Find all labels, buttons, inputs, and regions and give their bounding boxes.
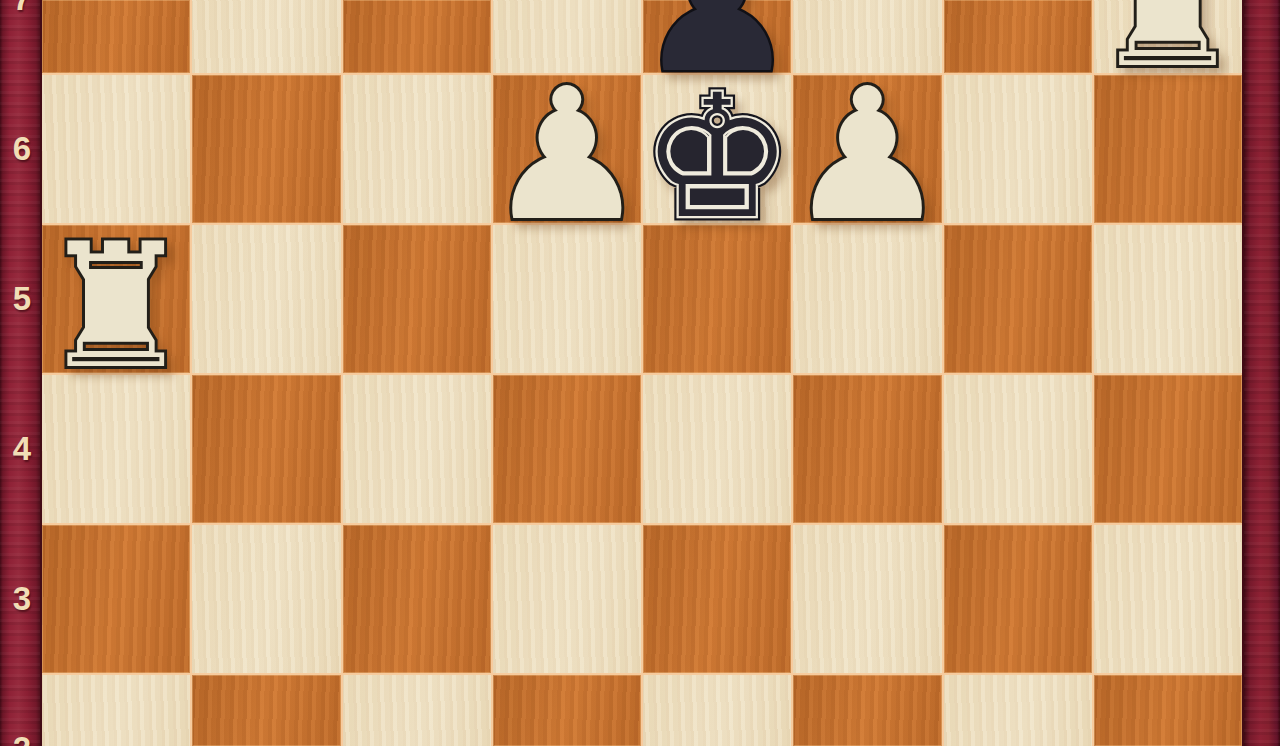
square-c6[interactable] — [343, 75, 491, 223]
square-h4[interactable] — [1094, 375, 1242, 523]
white-rook-glyph: ♜ — [1091, 0, 1245, 92]
board-frame-right — [1244, 0, 1280, 746]
square-b2[interactable] — [192, 675, 340, 746]
square-b5[interactable] — [192, 225, 340, 373]
square-f3[interactable] — [793, 525, 941, 673]
rank-label-7: 7 — [2, 0, 42, 17]
rank-label-5: 5 — [2, 281, 42, 317]
white-pawn[interactable]: ♟♟ — [493, 64, 641, 246]
square-e4[interactable] — [643, 375, 791, 523]
rank-label-4: 4 — [2, 431, 42, 467]
square-a5[interactable]: ♜♜ — [42, 225, 190, 373]
rank-label-2: 2 — [2, 731, 42, 746]
square-e3[interactable] — [643, 525, 791, 673]
rank-label-3: 3 — [2, 581, 42, 617]
white-rook-glyph: ♜ — [39, 221, 193, 393]
square-g7[interactable] — [944, 0, 1092, 73]
square-c3[interactable] — [343, 525, 491, 673]
square-f6[interactable]: ♟♟ — [793, 75, 941, 223]
square-a2[interactable] — [42, 675, 190, 746]
rank-label-6: 6 — [2, 131, 42, 167]
square-a6[interactable] — [42, 75, 190, 223]
chessboard-screenshot: 765432 ♟♟♜♜♟♟♚♚♚♟♟♜♜ — [0, 0, 1280, 746]
square-c7[interactable] — [343, 0, 491, 73]
square-c4[interactable] — [343, 375, 491, 523]
square-f4[interactable] — [793, 375, 941, 523]
square-a3[interactable] — [42, 525, 190, 673]
square-g6[interactable] — [944, 75, 1092, 223]
square-b3[interactable] — [192, 525, 340, 673]
board-frame-left: 765432 — [0, 0, 40, 746]
white-pawn[interactable]: ♟♟ — [793, 64, 941, 246]
board-grid: ♟♟♜♜♟♟♚♚♚♟♟♜♜ — [42, 0, 1242, 746]
square-f2[interactable] — [793, 675, 941, 746]
square-g3[interactable] — [944, 525, 1092, 673]
square-b4[interactable] — [192, 375, 340, 523]
square-b7[interactable] — [192, 0, 340, 73]
black-king-glyph: ♚ — [641, 72, 793, 242]
square-a7[interactable] — [42, 0, 190, 73]
square-e6[interactable]: ♚♚♚ — [643, 75, 791, 223]
white-rook[interactable]: ♜♜ — [1094, 0, 1242, 92]
white-pawn-glyph: ♟ — [485, 64, 648, 246]
square-b6[interactable] — [192, 75, 340, 223]
square-g4[interactable] — [944, 375, 1092, 523]
square-c2[interactable] — [343, 675, 491, 746]
chess-board: ♟♟♜♜♟♟♚♚♚♟♟♜♜ — [40, 0, 1244, 746]
white-rook[interactable]: ♜♜ — [42, 221, 190, 393]
square-h3[interactable] — [1094, 525, 1242, 673]
square-e2[interactable] — [643, 675, 791, 746]
square-h2[interactable] — [1094, 675, 1242, 746]
black-king[interactable]: ♚♚♚ — [643, 72, 791, 242]
square-d2[interactable] — [493, 675, 641, 746]
square-g5[interactable] — [944, 225, 1092, 373]
square-d4[interactable] — [493, 375, 641, 523]
white-pawn-glyph: ♟ — [786, 64, 949, 246]
square-d6[interactable]: ♟♟ — [493, 75, 641, 223]
square-c5[interactable] — [343, 225, 491, 373]
square-h7[interactable]: ♜♜ — [1094, 0, 1242, 73]
square-g2[interactable] — [944, 675, 1092, 746]
square-d3[interactable] — [493, 525, 641, 673]
square-h5[interactable] — [1094, 225, 1242, 373]
